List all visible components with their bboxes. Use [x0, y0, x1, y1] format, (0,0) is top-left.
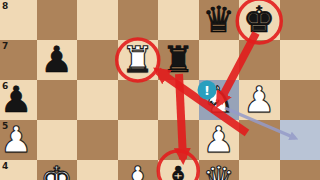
rank-label-6: 6	[2, 81, 8, 91]
square-h5[interactable]	[280, 120, 320, 160]
square-c7[interactable]	[77, 40, 118, 80]
square-g6[interactable]: ♟	[239, 80, 280, 120]
square-e7[interactable]: ♜	[158, 40, 199, 80]
black-queen-f8[interactable]: ♛	[199, 0, 240, 40]
square-b4[interactable]: ♚	[37, 160, 78, 180]
rank-label-4: 4	[2, 161, 8, 171]
square-f5[interactable]: ♟	[199, 120, 240, 160]
square-g4[interactable]	[239, 160, 280, 180]
square-c6[interactable]	[77, 80, 118, 120]
chess-board[interactable]: 8♛♚7♟♜♜6♟♞♟5♟♟4♚♟♝♛	[0, 0, 320, 180]
square-f8[interactable]: ♛	[199, 0, 240, 40]
square-a8[interactable]: 8	[0, 0, 37, 40]
black-king-g8[interactable]: ♚	[239, 0, 280, 40]
square-e4[interactable]: ♝	[158, 160, 199, 180]
white-pawn-d4[interactable]: ♟	[118, 160, 159, 180]
square-e5[interactable]	[158, 120, 199, 160]
square-a6[interactable]: 6♟	[0, 80, 37, 120]
square-b6[interactable]	[37, 80, 78, 120]
black-bishop-e4[interactable]: ♝	[158, 160, 199, 180]
square-d5[interactable]	[118, 120, 159, 160]
black-rook-e7[interactable]: ♜	[158, 40, 199, 80]
rank-label-5: 5	[2, 121, 8, 131]
square-d7[interactable]: ♜	[118, 40, 159, 80]
square-a5[interactable]: 5♟	[0, 120, 37, 160]
rank-label-8: 8	[2, 1, 8, 11]
square-a7[interactable]: 7	[0, 40, 37, 80]
white-king-b4[interactable]: ♚	[37, 160, 78, 180]
square-f4[interactable]: ♛	[199, 160, 240, 180]
square-e8[interactable]	[158, 0, 199, 40]
square-e6[interactable]	[158, 80, 199, 120]
square-a4[interactable]: 4	[0, 160, 37, 180]
black-pawn-b7[interactable]: ♟	[37, 40, 78, 80]
square-b7[interactable]: ♟	[37, 40, 78, 80]
square-c5[interactable]	[77, 120, 118, 160]
white-rook-d7[interactable]: ♜	[118, 40, 159, 80]
chess-board-screenshot: 8♛♚7♟♜♜6♟♞♟5♟♟4♚♟♝♛ !	[0, 0, 320, 180]
square-f6[interactable]: ♞	[199, 80, 240, 120]
square-h6[interactable]	[280, 80, 320, 120]
square-h8[interactable]	[280, 0, 320, 40]
square-g8[interactable]: ♚	[239, 0, 280, 40]
white-queen-f4[interactable]: ♛	[199, 160, 240, 180]
square-h7[interactable]	[280, 40, 320, 80]
square-c8[interactable]	[77, 0, 118, 40]
square-g5[interactable]	[239, 120, 280, 160]
white-pawn-g6[interactable]: ♟	[239, 80, 280, 120]
square-f7[interactable]	[199, 40, 240, 80]
square-d4[interactable]: ♟	[118, 160, 159, 180]
square-b8[interactable]	[37, 0, 78, 40]
white-pawn-f5[interactable]: ♟	[199, 120, 240, 160]
square-b5[interactable]	[37, 120, 78, 160]
square-h4[interactable]	[280, 160, 320, 180]
board-viewport: 8♛♚7♟♜♜6♟♞♟5♟♟4♚♟♝♛	[0, 0, 320, 180]
square-d8[interactable]	[118, 0, 159, 40]
square-c4[interactable]	[77, 160, 118, 180]
square-g7[interactable]	[239, 40, 280, 80]
square-d6[interactable]	[118, 80, 159, 120]
white-knight-f6[interactable]: ♞	[199, 80, 240, 120]
rank-label-7: 7	[2, 41, 8, 51]
